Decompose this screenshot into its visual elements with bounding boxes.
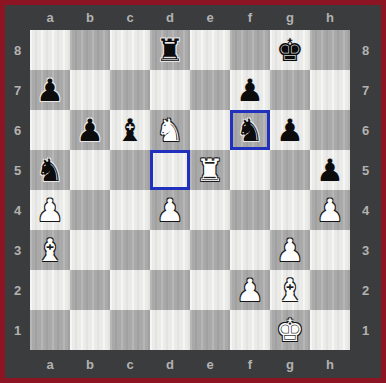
square-a2[interactable] xyxy=(30,270,70,310)
file-label-top-h: h xyxy=(310,5,350,30)
file-label-top-e: e xyxy=(190,5,230,30)
square-c7[interactable] xyxy=(110,70,150,110)
white-bishop-g2[interactable]: ♝ xyxy=(276,270,304,310)
square-a3[interactable]: ♝ xyxy=(30,230,70,270)
rank-label-right-2: 2 xyxy=(350,270,381,310)
rank-labels-left: 87654321 xyxy=(5,30,30,350)
square-b8[interactable] xyxy=(70,30,110,70)
file-label-bottom-g: g xyxy=(270,350,310,378)
square-c2[interactable] xyxy=(110,270,150,310)
square-h8[interactable] xyxy=(310,30,350,70)
square-f6[interactable]: ♞ xyxy=(230,110,270,150)
file-label-top-d: d xyxy=(150,5,190,30)
file-label-top-a: a xyxy=(30,5,70,30)
chess-diagram: abcdefgh abcdefgh 87654321 87654321 ♜♚♟♟… xyxy=(0,0,386,383)
square-h7[interactable] xyxy=(310,70,350,110)
chess-board: ♜♚♟♟♟♝♞♞♟♞♜♟♟♟♟♝♟♟♝♚ xyxy=(30,30,350,350)
white-bishop-a3[interactable]: ♝ xyxy=(36,230,64,270)
file-label-top-b: b xyxy=(70,5,110,30)
square-f8[interactable] xyxy=(230,30,270,70)
square-f4[interactable] xyxy=(230,190,270,230)
square-d3[interactable] xyxy=(150,230,190,270)
rank-label-right-4: 4 xyxy=(350,190,381,230)
white-king-g1[interactable]: ♚ xyxy=(276,310,304,350)
square-d2[interactable] xyxy=(150,270,190,310)
square-b1[interactable] xyxy=(70,310,110,350)
square-g1[interactable]: ♚ xyxy=(270,310,310,350)
black-pawn-a7[interactable]: ♟ xyxy=(36,70,64,110)
square-c6[interactable]: ♝ xyxy=(110,110,150,150)
black-rook-d8[interactable]: ♜ xyxy=(156,30,184,70)
file-label-bottom-c: c xyxy=(110,350,150,378)
square-g6[interactable]: ♟ xyxy=(270,110,310,150)
square-e7[interactable] xyxy=(190,70,230,110)
square-g2[interactable]: ♝ xyxy=(270,270,310,310)
file-label-bottom-d: d xyxy=(150,350,190,378)
rank-label-left-3: 3 xyxy=(5,230,30,270)
square-h1[interactable] xyxy=(310,310,350,350)
square-e4[interactable] xyxy=(190,190,230,230)
white-pawn-h4[interactable]: ♟ xyxy=(316,190,344,230)
square-d5[interactable] xyxy=(150,150,190,190)
square-a1[interactable] xyxy=(30,310,70,350)
rank-label-left-4: 4 xyxy=(5,190,30,230)
file-label-bottom-b: b xyxy=(70,350,110,378)
black-knight-a5[interactable]: ♞ xyxy=(36,150,64,190)
rank-label-left-6: 6 xyxy=(5,110,30,150)
square-a8[interactable] xyxy=(30,30,70,70)
square-c4[interactable] xyxy=(110,190,150,230)
file-label-bottom-h: h xyxy=(310,350,350,378)
square-a4[interactable]: ♟ xyxy=(30,190,70,230)
square-g4[interactable] xyxy=(270,190,310,230)
square-c3[interactable] xyxy=(110,230,150,270)
rank-label-right-3: 3 xyxy=(350,230,381,270)
square-g5[interactable] xyxy=(270,150,310,190)
square-b2[interactable] xyxy=(70,270,110,310)
white-pawn-f2[interactable]: ♟ xyxy=(236,270,264,310)
white-pawn-a4[interactable]: ♟ xyxy=(36,190,64,230)
square-b4[interactable] xyxy=(70,190,110,230)
black-pawn-g6[interactable]: ♟ xyxy=(276,110,304,150)
black-pawn-f7[interactable]: ♟ xyxy=(236,70,264,110)
square-h5[interactable]: ♟ xyxy=(310,150,350,190)
square-f7[interactable]: ♟ xyxy=(230,70,270,110)
square-h4[interactable]: ♟ xyxy=(310,190,350,230)
file-label-bottom-f: f xyxy=(230,350,270,378)
file-label-bottom-a: a xyxy=(30,350,70,378)
square-b7[interactable] xyxy=(70,70,110,110)
white-pawn-d4[interactable]: ♟ xyxy=(156,190,184,230)
white-pawn-g3[interactable]: ♟ xyxy=(276,230,304,270)
board-frame: abcdefgh abcdefgh 87654321 87654321 ♜♚♟♟… xyxy=(5,5,381,378)
black-pawn-h5[interactable]: ♟ xyxy=(316,150,344,190)
rank-label-left-7: 7 xyxy=(5,70,30,110)
square-g3[interactable]: ♟ xyxy=(270,230,310,270)
square-h6[interactable] xyxy=(310,110,350,150)
rank-label-left-8: 8 xyxy=(5,30,30,70)
square-a6[interactable] xyxy=(30,110,70,150)
square-c5[interactable] xyxy=(110,150,150,190)
square-e5[interactable]: ♜ xyxy=(190,150,230,190)
rank-label-right-6: 6 xyxy=(350,110,381,150)
square-b6[interactable]: ♟ xyxy=(70,110,110,150)
rank-label-right-8: 8 xyxy=(350,30,381,70)
file-label-top-c: c xyxy=(110,5,150,30)
white-knight-d6[interactable]: ♞ xyxy=(156,110,184,150)
black-knight-f6[interactable]: ♞ xyxy=(236,110,264,150)
square-d7[interactable] xyxy=(150,70,190,110)
square-f2[interactable]: ♟ xyxy=(230,270,270,310)
square-h3[interactable] xyxy=(310,230,350,270)
file-label-bottom-e: e xyxy=(190,350,230,378)
black-king-g8[interactable]: ♚ xyxy=(276,30,304,70)
square-d4[interactable]: ♟ xyxy=(150,190,190,230)
square-g7[interactable] xyxy=(270,70,310,110)
square-a7[interactable]: ♟ xyxy=(30,70,70,110)
square-e8[interactable] xyxy=(190,30,230,70)
square-e3[interactable] xyxy=(190,230,230,270)
black-pawn-b6[interactable]: ♟ xyxy=(76,110,104,150)
rank-labels-right: 87654321 xyxy=(350,30,381,350)
rank-label-right-7: 7 xyxy=(350,70,381,110)
square-d1[interactable] xyxy=(150,310,190,350)
file-label-top-f: f xyxy=(230,5,270,30)
rank-label-left-5: 5 xyxy=(5,150,30,190)
rank-label-right-5: 5 xyxy=(350,150,381,190)
square-c8[interactable] xyxy=(110,30,150,70)
square-a5[interactable]: ♞ xyxy=(30,150,70,190)
rank-label-left-2: 2 xyxy=(5,270,30,310)
rank-label-right-1: 1 xyxy=(350,310,381,350)
square-h2[interactable] xyxy=(310,270,350,310)
square-b3[interactable] xyxy=(70,230,110,270)
square-f5[interactable] xyxy=(230,150,270,190)
square-d8[interactable]: ♜ xyxy=(150,30,190,70)
file-labels-bottom: abcdefgh xyxy=(30,350,350,378)
file-label-top-g: g xyxy=(270,5,310,30)
white-rook-e5[interactable]: ♜ xyxy=(196,150,224,190)
square-e6[interactable] xyxy=(190,110,230,150)
square-g8[interactable]: ♚ xyxy=(270,30,310,70)
square-c1[interactable] xyxy=(110,310,150,350)
square-f1[interactable] xyxy=(230,310,270,350)
square-e2[interactable] xyxy=(190,270,230,310)
square-b5[interactable] xyxy=(70,150,110,190)
square-e1[interactable] xyxy=(190,310,230,350)
black-bishop-c6[interactable]: ♝ xyxy=(116,110,144,150)
rank-label-left-1: 1 xyxy=(5,310,30,350)
file-labels-top: abcdefgh xyxy=(30,5,350,30)
square-d6[interactable]: ♞ xyxy=(150,110,190,150)
square-f3[interactable] xyxy=(230,230,270,270)
